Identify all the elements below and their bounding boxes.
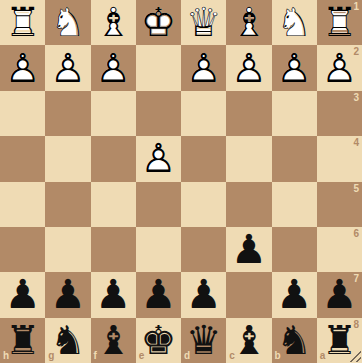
piece-white-pawn[interactable]: ♟♙: [321, 46, 357, 91]
square-b8[interactable]: ♞b: [272, 318, 317, 363]
piece-white-knight[interactable]: ♞♘: [276, 0, 312, 45]
square-d5[interactable]: [181, 182, 226, 227]
piece-black-bishop[interactable]: ♝: [95, 318, 131, 363]
chess-board: ♜♖♞♘♝♗♚♔♛♕♝♗♞♘♜♖1♟♙♟♙♟♙♟♙♟♙♟♙♟♙23♟♙45♟6♟…: [0, 0, 362, 363]
square-e2[interactable]: [136, 45, 181, 90]
square-b1[interactable]: ♞♘: [272, 0, 317, 45]
piece-black-pawn[interactable]: ♟: [321, 272, 357, 317]
square-e3[interactable]: [136, 91, 181, 136]
square-d6[interactable]: [181, 227, 226, 272]
square-f3[interactable]: [91, 91, 136, 136]
square-f4[interactable]: [91, 136, 136, 181]
piece-black-knight[interactable]: ♞: [276, 318, 312, 363]
square-c8[interactable]: ♝c: [226, 318, 271, 363]
square-h8[interactable]: ♜h: [0, 318, 45, 363]
piece-white-bishop[interactable]: ♝♗: [95, 0, 131, 45]
square-f5[interactable]: [91, 182, 136, 227]
piece-white-pawn[interactable]: ♟♙: [50, 46, 86, 91]
piece-black-queen[interactable]: ♛: [186, 318, 222, 363]
square-g2[interactable]: ♟♙: [45, 45, 90, 90]
piece-black-rook[interactable]: ♜: [321, 318, 357, 363]
piece-black-rook[interactable]: ♜: [5, 318, 41, 363]
square-a3[interactable]: 3: [317, 91, 362, 136]
square-h4[interactable]: [0, 136, 45, 181]
square-d3[interactable]: [181, 91, 226, 136]
square-g3[interactable]: [45, 91, 90, 136]
piece-black-pawn[interactable]: ♟: [276, 272, 312, 317]
piece-white-king[interactable]: ♚♔: [140, 0, 176, 45]
rank-label-6: 6: [353, 229, 359, 239]
square-h7[interactable]: ♟: [0, 272, 45, 317]
rank-label-4: 4: [353, 138, 359, 148]
piece-white-rook[interactable]: ♜♖: [5, 0, 41, 45]
square-b7[interactable]: ♟: [272, 272, 317, 317]
piece-black-king[interactable]: ♚: [140, 318, 176, 363]
square-g6[interactable]: [45, 227, 90, 272]
square-f1[interactable]: ♝♗: [91, 0, 136, 45]
square-h2[interactable]: ♟♙: [0, 45, 45, 90]
square-h6[interactable]: [0, 227, 45, 272]
square-e1[interactable]: ♚♔: [136, 0, 181, 45]
square-b4[interactable]: [272, 136, 317, 181]
piece-black-pawn[interactable]: ♟: [140, 272, 176, 317]
piece-white-bishop[interactable]: ♝♗: [231, 0, 267, 45]
square-g1[interactable]: ♞♘: [45, 0, 90, 45]
square-c6[interactable]: ♟: [226, 227, 271, 272]
piece-white-pawn[interactable]: ♟♙: [231, 46, 267, 91]
square-e8[interactable]: ♚e: [136, 318, 181, 363]
square-g5[interactable]: [45, 182, 90, 227]
piece-black-pawn[interactable]: ♟: [95, 272, 131, 317]
piece-black-pawn[interactable]: ♟: [231, 227, 267, 272]
square-b3[interactable]: [272, 91, 317, 136]
rank-label-5: 5: [353, 184, 359, 194]
square-a5[interactable]: 5: [317, 182, 362, 227]
square-d1[interactable]: ♛♕: [181, 0, 226, 45]
square-c3[interactable]: [226, 91, 271, 136]
piece-black-pawn[interactable]: ♟: [50, 272, 86, 317]
square-e5[interactable]: [136, 182, 181, 227]
square-g4[interactable]: [45, 136, 90, 181]
piece-white-pawn[interactable]: ♟♙: [186, 46, 222, 91]
square-g8[interactable]: ♞g: [45, 318, 90, 363]
square-a7[interactable]: ♟7: [317, 272, 362, 317]
square-f2[interactable]: ♟♙: [91, 45, 136, 90]
square-f7[interactable]: ♟: [91, 272, 136, 317]
square-h5[interactable]: [0, 182, 45, 227]
square-a1[interactable]: ♜♖1: [317, 0, 362, 45]
square-f8[interactable]: ♝f: [91, 318, 136, 363]
square-g7[interactable]: ♟: [45, 272, 90, 317]
square-a4[interactable]: 4: [317, 136, 362, 181]
rank-label-3: 3: [353, 93, 359, 103]
piece-white-pawn[interactable]: ♟♙: [276, 46, 312, 91]
square-e6[interactable]: [136, 227, 181, 272]
square-h1[interactable]: ♜♖: [0, 0, 45, 45]
piece-white-knight[interactable]: ♞♘: [50, 0, 86, 45]
square-a6[interactable]: 6: [317, 227, 362, 272]
square-b6[interactable]: [272, 227, 317, 272]
square-c5[interactable]: [226, 182, 271, 227]
square-d4[interactable]: [181, 136, 226, 181]
piece-white-pawn[interactable]: ♟♙: [5, 46, 41, 91]
square-b2[interactable]: ♟♙: [272, 45, 317, 90]
square-c1[interactable]: ♝♗: [226, 0, 271, 45]
square-d7[interactable]: ♟: [181, 272, 226, 317]
square-a2[interactable]: ♟♙2: [317, 45, 362, 90]
square-d8[interactable]: ♛d: [181, 318, 226, 363]
square-h3[interactable]: [0, 91, 45, 136]
square-f6[interactable]: [91, 227, 136, 272]
square-d2[interactable]: ♟♙: [181, 45, 226, 90]
piece-black-knight[interactable]: ♞: [50, 318, 86, 363]
square-b5[interactable]: [272, 182, 317, 227]
piece-black-pawn[interactable]: ♟: [186, 272, 222, 317]
piece-black-bishop[interactable]: ♝: [231, 318, 267, 363]
square-e7[interactable]: ♟: [136, 272, 181, 317]
piece-black-pawn[interactable]: ♟: [5, 272, 41, 317]
square-e4[interactable]: ♟♙: [136, 136, 181, 181]
piece-white-queen[interactable]: ♛♕: [186, 0, 222, 45]
square-c4[interactable]: [226, 136, 271, 181]
piece-white-pawn[interactable]: ♟♙: [140, 136, 176, 181]
piece-white-rook[interactable]: ♜♖: [321, 0, 357, 45]
square-c2[interactable]: ♟♙: [226, 45, 271, 90]
piece-white-pawn[interactable]: ♟♙: [95, 46, 131, 91]
square-c7[interactable]: [226, 272, 271, 317]
